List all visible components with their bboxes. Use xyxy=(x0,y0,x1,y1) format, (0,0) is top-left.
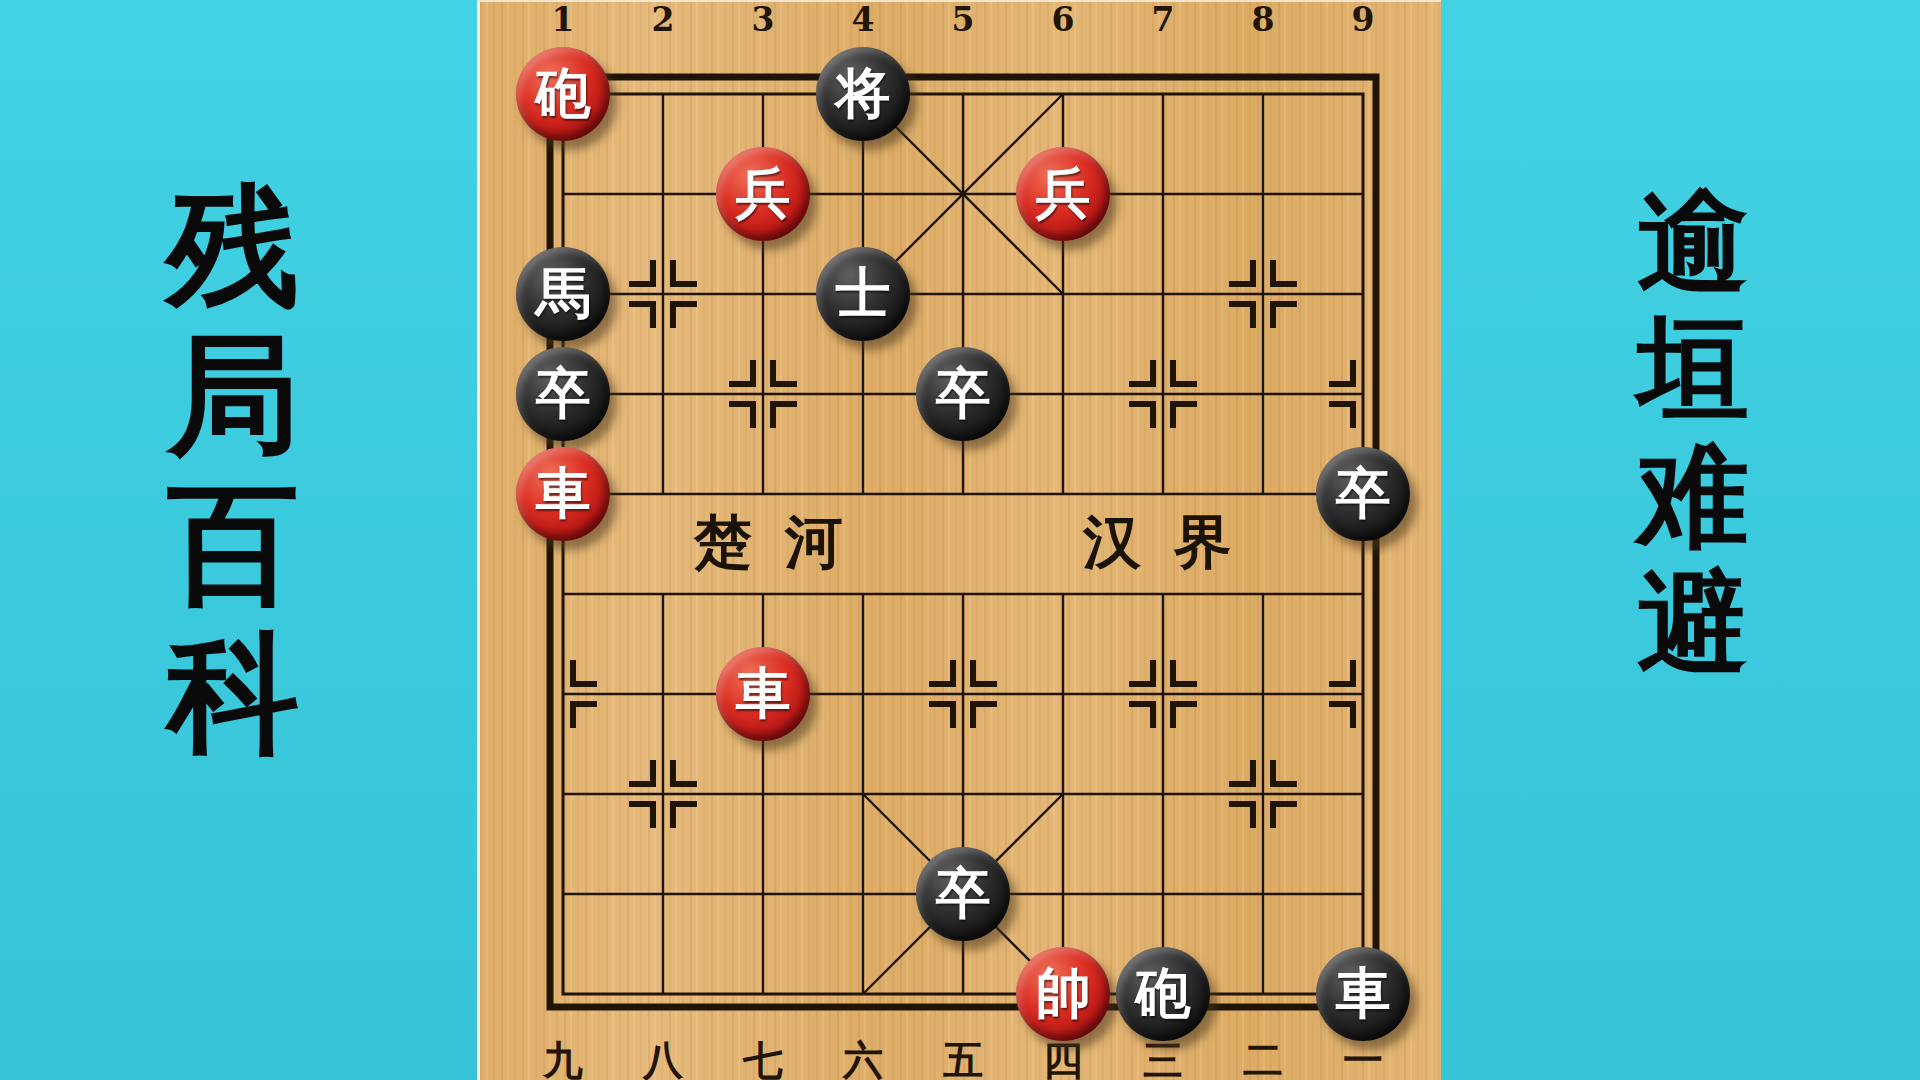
file-label-bottom: 八 xyxy=(641,1038,685,1080)
file-label-bottom: 七 xyxy=(741,1038,785,1080)
piece-glyph: 卒 xyxy=(536,357,591,431)
black-cannon[interactable]: 砲 xyxy=(1116,947,1210,1041)
title-char: 避 xyxy=(1637,559,1749,686)
title-char: 难 xyxy=(1637,432,1749,559)
black-soldier[interactable]: 卒 xyxy=(1316,447,1410,541)
red-soldier[interactable]: 兵 xyxy=(716,147,810,241)
piece-glyph: 馬 xyxy=(536,257,591,331)
river-char: 河 xyxy=(778,507,850,579)
piece-glyph: 砲 xyxy=(1136,957,1191,1031)
piece-glyph: 車 xyxy=(1336,957,1391,1031)
file-label-top: 5 xyxy=(941,2,985,38)
red-cannon[interactable]: 砲 xyxy=(516,47,610,141)
piece-glyph: 車 xyxy=(536,457,591,531)
black-soldier[interactable]: 卒 xyxy=(916,347,1010,441)
file-label-bottom: 四 xyxy=(1041,1038,1085,1080)
file-label-top: 1 xyxy=(541,2,585,38)
file-label-bottom: 五 xyxy=(941,1038,985,1080)
black-soldier[interactable]: 卒 xyxy=(916,847,1010,941)
red-soldier[interactable]: 兵 xyxy=(1016,147,1110,241)
title-char: 垣 xyxy=(1637,305,1749,432)
title-char: 百 xyxy=(167,470,299,619)
river-char: 楚 xyxy=(687,507,759,579)
piece-glyph: 兵 xyxy=(1036,157,1091,231)
piece-glyph: 卒 xyxy=(1336,457,1391,531)
file-label-top: 6 xyxy=(1041,2,1085,38)
red-general[interactable]: 帥 xyxy=(1016,947,1110,1041)
black-horse[interactable]: 馬 xyxy=(516,247,610,341)
file-label-top: 4 xyxy=(841,2,885,38)
file-label-top: 3 xyxy=(741,2,785,38)
right-title: 逾垣难避 xyxy=(1613,178,1773,686)
file-label-top: 7 xyxy=(1141,2,1185,38)
title-char: 逾 xyxy=(1637,178,1749,305)
piece-glyph: 卒 xyxy=(936,857,991,931)
file-label-bottom: 三 xyxy=(1141,1038,1185,1080)
river-char: 汉 xyxy=(1076,507,1148,579)
piece-glyph: 兵 xyxy=(736,157,791,231)
title-char: 残 xyxy=(167,172,299,321)
file-label-top: 8 xyxy=(1241,2,1285,38)
piece-glyph: 士 xyxy=(836,257,891,331)
stage: 残局百科 逾垣难避 123456789 九八七六五四三二一 楚河汉界 砲将兵兵馬… xyxy=(0,0,1920,1080)
piece-glyph: 将 xyxy=(836,57,891,131)
file-label-top: 9 xyxy=(1341,2,1385,38)
piece-glyph: 卒 xyxy=(936,357,991,431)
piece-glyph: 砲 xyxy=(536,57,591,131)
black-chariot[interactable]: 車 xyxy=(1316,947,1410,1041)
file-label-bottom: 九 xyxy=(541,1038,585,1080)
file-label-bottom: 二 xyxy=(1241,1038,1285,1080)
file-label-bottom: 一 xyxy=(1341,1038,1385,1080)
file-label-top: 2 xyxy=(641,2,685,38)
black-general[interactable]: 将 xyxy=(816,47,910,141)
river-char: 界 xyxy=(1167,507,1239,579)
piece-glyph: 帥 xyxy=(1036,957,1091,1031)
red-chariot[interactable]: 車 xyxy=(516,447,610,541)
title-char: 局 xyxy=(167,321,299,470)
black-soldier[interactable]: 卒 xyxy=(516,347,610,441)
piece-glyph: 車 xyxy=(736,657,791,731)
xiangqi-board: 123456789 九八七六五四三二一 楚河汉界 砲将兵兵馬士卒卒車卒車卒帥砲車 xyxy=(477,0,1441,1080)
red-chariot[interactable]: 車 xyxy=(716,647,810,741)
file-label-bottom: 六 xyxy=(841,1038,885,1080)
left-title: 残局百科 xyxy=(153,172,313,768)
title-char: 科 xyxy=(167,619,299,768)
black-advisor[interactable]: 士 xyxy=(816,247,910,341)
